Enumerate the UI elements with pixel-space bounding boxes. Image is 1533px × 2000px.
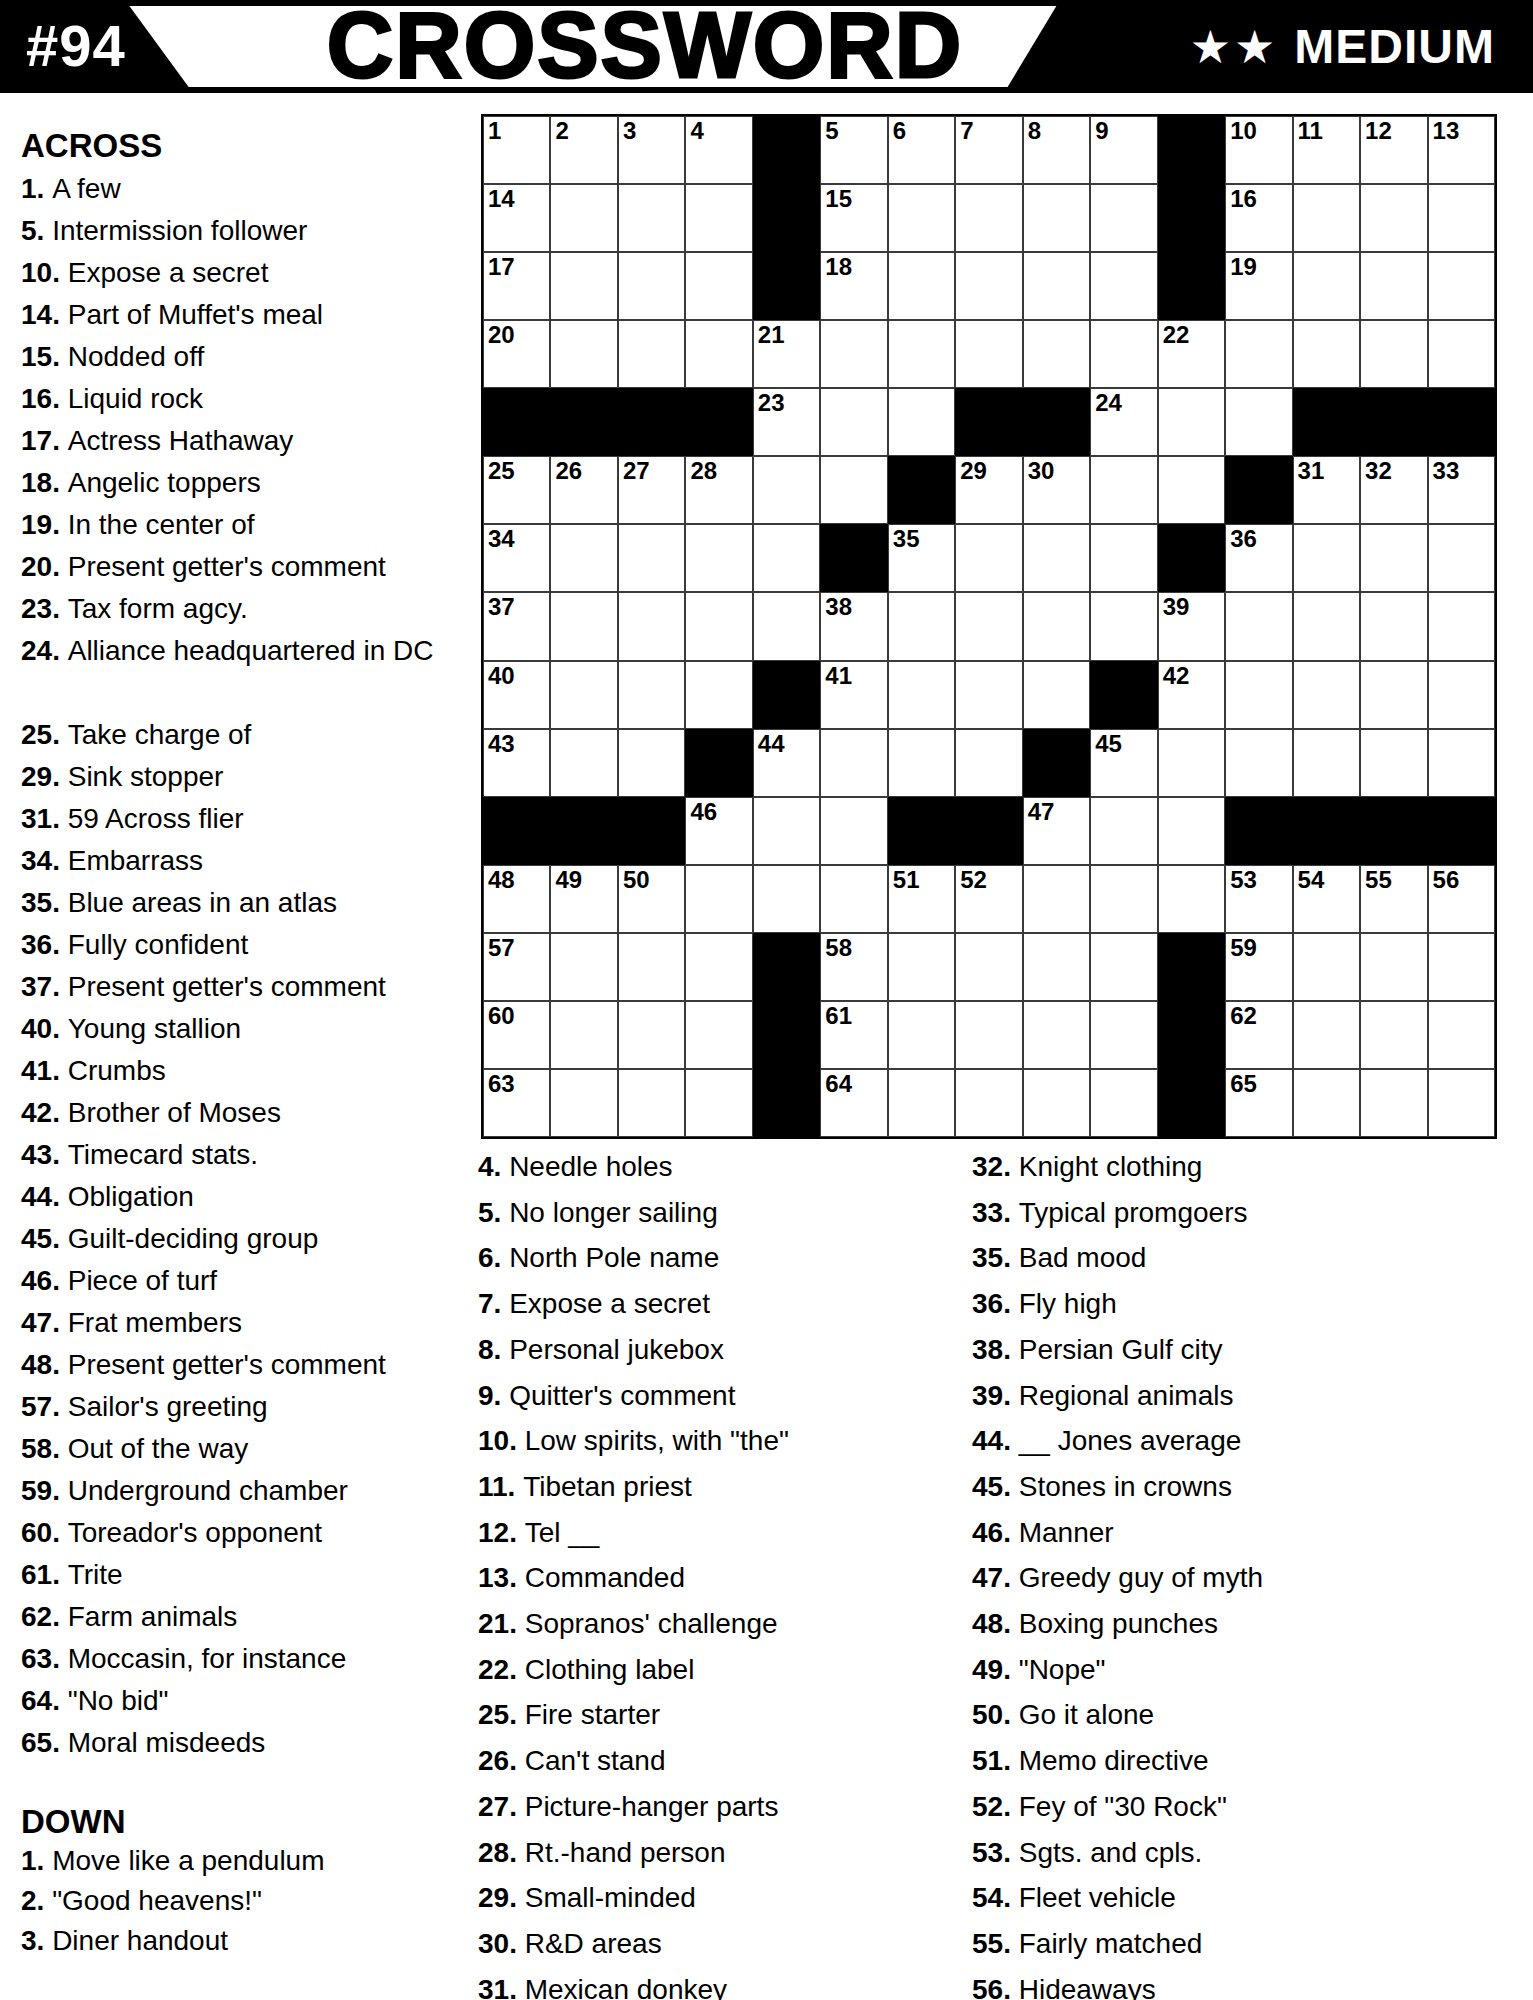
grid-cell[interactable]: 15: [820, 184, 887, 252]
grid-cell[interactable]: [888, 1069, 955, 1137]
grid-cell[interactable]: 65: [1225, 1069, 1292, 1137]
black-cell: [1090, 661, 1157, 729]
down-clue: 7. Expose a secret: [478, 1287, 948, 1321]
grid-cell[interactable]: [820, 320, 887, 388]
grid-cell[interactable]: [1360, 1069, 1427, 1137]
grid-cell[interactable]: [753, 524, 820, 592]
cell-number: 43: [488, 731, 515, 757]
cell-number: 49: [555, 867, 582, 893]
grid-cell[interactable]: [1293, 933, 1360, 1001]
cell-number: 40: [488, 663, 515, 689]
black-cell: [1293, 797, 1360, 865]
grid-cell[interactable]: [1428, 729, 1495, 797]
grid-cell[interactable]: [1090, 252, 1157, 320]
grid-cell[interactable]: [618, 252, 685, 320]
grid-cell[interactable]: 11: [1293, 116, 1360, 184]
grid-cell[interactable]: 22: [1158, 320, 1225, 388]
cell-number: 45: [1095, 731, 1122, 757]
grid-cell[interactable]: [1090, 865, 1157, 933]
grid-cell[interactable]: [888, 729, 955, 797]
grid-cell[interactable]: [1225, 592, 1292, 660]
down-clue: 54. Fleet vehicle: [972, 1881, 1527, 1915]
grid-cell[interactable]: [618, 524, 685, 592]
grid-cell[interactable]: [1360, 184, 1427, 252]
grid-cell[interactable]: 54: [1293, 865, 1360, 933]
cell-number: 65: [1230, 1071, 1257, 1097]
grid-cell[interactable]: [753, 797, 820, 865]
across-clue: 25. Take charge of: [21, 718, 436, 752]
crossword-grid: 1234567891011121314151617181920212223242…: [481, 114, 1497, 1139]
grid-cell[interactable]: [1158, 729, 1225, 797]
issue-number: #94: [26, 12, 126, 79]
grid-cell[interactable]: [820, 388, 887, 456]
grid-cell[interactable]: 26: [550, 456, 617, 524]
grid-cell[interactable]: 21: [753, 320, 820, 388]
down-clue: 56. Hideaways: [972, 1973, 1527, 2000]
grid-cell[interactable]: [618, 592, 685, 660]
grid-cell[interactable]: 49: [550, 865, 617, 933]
grid-cell[interactable]: 38: [820, 592, 887, 660]
black-cell: [753, 933, 820, 1001]
cell-number: 22: [1163, 322, 1190, 348]
grid-cell[interactable]: 29: [955, 456, 1022, 524]
grid-cell[interactable]: [685, 661, 752, 729]
down-clue: 39. Regional animals: [972, 1379, 1527, 1413]
grid-cell[interactable]: [618, 661, 685, 729]
black-cell: [1360, 797, 1427, 865]
black-cell: [1023, 729, 1090, 797]
grid-cell[interactable]: [955, 320, 1022, 388]
grid-cell[interactable]: [753, 456, 820, 524]
black-cell: [685, 729, 752, 797]
cell-number: 31: [1298, 458, 1325, 484]
grid-cell[interactable]: [1090, 933, 1157, 1001]
page-title: CROSSWORD: [295, 0, 995, 90]
cell-number: 23: [758, 390, 785, 416]
grid-cell[interactable]: [618, 184, 685, 252]
cell-number: 8: [1028, 118, 1041, 144]
across-clue: 20. Present getter's comment: [21, 550, 436, 584]
grid-cell[interactable]: 55: [1360, 865, 1427, 933]
grid-cell[interactable]: [1090, 456, 1157, 524]
grid-cell[interactable]: [888, 388, 955, 456]
grid-cell[interactable]: [550, 1069, 617, 1137]
grid-cell[interactable]: [685, 1069, 752, 1137]
grid-cell[interactable]: [820, 865, 887, 933]
grid-cell[interactable]: [1023, 320, 1090, 388]
across-clue: 47. Frat members: [21, 1306, 436, 1340]
grid-cell[interactable]: 14: [483, 184, 550, 252]
cell-number: 60: [488, 1003, 515, 1029]
grid-cell[interactable]: 62: [1225, 1001, 1292, 1069]
grid-cell[interactable]: 17: [483, 252, 550, 320]
black-cell: [1225, 456, 1292, 524]
grid-cell[interactable]: [550, 1001, 617, 1069]
grid-cell[interactable]: [1360, 933, 1427, 1001]
grid-cell[interactable]: [550, 592, 617, 660]
grid-cell[interactable]: 8: [1023, 116, 1090, 184]
grid-cell[interactable]: [1023, 184, 1090, 252]
grid-cell[interactable]: [550, 729, 617, 797]
grid-cell[interactable]: [550, 320, 617, 388]
grid-cell[interactable]: [1225, 320, 1292, 388]
cell-number: 9: [1095, 118, 1108, 144]
down-clue: 50. Go it alone: [972, 1698, 1527, 1732]
grid-cell[interactable]: 50: [618, 865, 685, 933]
grid-cell[interactable]: 43: [483, 729, 550, 797]
grid-cell[interactable]: 60: [483, 1001, 550, 1069]
grid-cell[interactable]: [820, 456, 887, 524]
grid-cell[interactable]: 28: [685, 456, 752, 524]
cell-number: 50: [623, 867, 650, 893]
grid-cell[interactable]: [1090, 1001, 1157, 1069]
grid-cell[interactable]: [1428, 252, 1495, 320]
grid-cell[interactable]: [1225, 661, 1292, 729]
down-clue: 28. Rt.-hand person: [478, 1836, 948, 1870]
cell-number: 18: [825, 254, 852, 280]
grid-cell[interactable]: 27: [618, 456, 685, 524]
grid-cell[interactable]: [1023, 524, 1090, 592]
cell-number: 2: [555, 118, 568, 144]
black-cell: [955, 388, 1022, 456]
grid-cell[interactable]: [550, 184, 617, 252]
grid-cell[interactable]: 57: [483, 933, 550, 1001]
grid-cell[interactable]: [1428, 184, 1495, 252]
cell-number: 51: [893, 867, 920, 893]
grid-cell[interactable]: [1090, 592, 1157, 660]
grid-cell[interactable]: 40: [483, 661, 550, 729]
across-clue: 43. Timecard stats.: [21, 1138, 436, 1172]
black-cell: [1158, 184, 1225, 252]
grid-cell[interactable]: 35: [888, 524, 955, 592]
cell-number: 46: [690, 799, 717, 825]
grid-cell[interactable]: [1293, 1069, 1360, 1137]
grid-cell[interactable]: 33: [1428, 456, 1495, 524]
grid-cell[interactable]: [685, 592, 752, 660]
cell-number: 12: [1365, 118, 1392, 144]
across-clue: 35. Blue areas in an atlas: [21, 886, 436, 920]
grid-cell[interactable]: [955, 661, 1022, 729]
grid-cell[interactable]: 32: [1360, 456, 1427, 524]
grid-cell[interactable]: 19: [1225, 252, 1292, 320]
grid-cell[interactable]: [685, 320, 752, 388]
grid-cell[interactable]: 42: [1158, 661, 1225, 729]
grid-cell[interactable]: [685, 1001, 752, 1069]
grid-cell[interactable]: [1360, 661, 1427, 729]
cell-number: 54: [1298, 867, 1325, 893]
grid-cell[interactable]: [1023, 661, 1090, 729]
cell-number: 30: [1028, 458, 1055, 484]
grid-cell[interactable]: [685, 865, 752, 933]
grid-cell[interactable]: [955, 1069, 1022, 1137]
across-clue: 37. Present getter's comment: [21, 970, 436, 1004]
grid-cell[interactable]: [1023, 933, 1090, 1001]
grid-cell[interactable]: 24: [1090, 388, 1157, 456]
grid-cell[interactable]: [1158, 797, 1225, 865]
grid-cell[interactable]: [685, 524, 752, 592]
cell-number: 59: [1230, 935, 1257, 961]
grid-cell[interactable]: 31: [1293, 456, 1360, 524]
down-clue: 1. Move like a pendulum: [21, 1844, 451, 1878]
black-cell: [1158, 1001, 1225, 1069]
grid-cell[interactable]: 12: [1360, 116, 1427, 184]
grid-cell[interactable]: 13: [1428, 116, 1495, 184]
down-clue: 49. "Nope": [972, 1653, 1527, 1687]
grid-cell[interactable]: [820, 729, 887, 797]
across-clue: 59. Underground chamber: [21, 1474, 436, 1508]
cell-number: 1: [488, 118, 501, 144]
grid-cell[interactable]: [1360, 252, 1427, 320]
grid-cell[interactable]: 45: [1090, 729, 1157, 797]
cell-number: 6: [893, 118, 906, 144]
grid-cell[interactable]: [1293, 592, 1360, 660]
grid-cell[interactable]: [888, 933, 955, 1001]
black-cell: [1158, 933, 1225, 1001]
grid-cell[interactable]: [1428, 1069, 1495, 1137]
cell-number: 52: [960, 867, 987, 893]
down-clue: 25. Fire starter: [478, 1698, 948, 1732]
cell-number: 17: [488, 254, 515, 280]
grid-cell[interactable]: [955, 184, 1022, 252]
cell-number: 42: [1163, 663, 1190, 689]
grid-cell[interactable]: [1090, 797, 1157, 865]
cell-number: 27: [623, 458, 650, 484]
cell-number: 44: [758, 731, 785, 757]
grid-cell[interactable]: 1: [483, 116, 550, 184]
across-clue: 5. Intermission follower: [21, 214, 436, 248]
down-clue: 51. Memo directive: [972, 1744, 1527, 1778]
grid-cell[interactable]: 64: [820, 1069, 887, 1137]
down-clue: 30. R&D areas: [478, 1927, 948, 1961]
grid-cell[interactable]: [753, 592, 820, 660]
grid-cell[interactable]: [955, 252, 1022, 320]
grid-cell[interactable]: [1293, 184, 1360, 252]
grid-cell[interactable]: [1023, 865, 1090, 933]
grid-cell[interactable]: [888, 661, 955, 729]
grid-cell[interactable]: [550, 252, 617, 320]
down-header: DOWN: [21, 1804, 125, 1840]
grid-cell[interactable]: [1090, 524, 1157, 592]
grid-cell[interactable]: [1293, 661, 1360, 729]
black-cell: [550, 388, 617, 456]
grid-cell[interactable]: [1428, 592, 1495, 660]
grid-cell[interactable]: [618, 1069, 685, 1137]
grid-cell[interactable]: [1360, 729, 1427, 797]
grid-cell[interactable]: 9: [1090, 116, 1157, 184]
grid-cell[interactable]: 46: [685, 797, 752, 865]
across-clue: 48. Present getter's comment: [21, 1348, 436, 1382]
black-cell: [1158, 116, 1225, 184]
grid-cell[interactable]: 5: [820, 116, 887, 184]
grid-cell[interactable]: 34: [483, 524, 550, 592]
grid-cell[interactable]: [1428, 524, 1495, 592]
grid-cell[interactable]: 47: [1023, 797, 1090, 865]
grid-cell[interactable]: [618, 933, 685, 1001]
grid-cell[interactable]: 61: [820, 1001, 887, 1069]
grid-cell[interactable]: [1158, 865, 1225, 933]
cell-number: 19: [1230, 254, 1257, 280]
down-clue: 33. Typical promgoers: [972, 1196, 1527, 1230]
across-clue: 10. Expose a secret: [21, 256, 436, 290]
grid-cell[interactable]: [888, 320, 955, 388]
grid-cell[interactable]: 25: [483, 456, 550, 524]
grid-cell[interactable]: 2: [550, 116, 617, 184]
grid-cell[interactable]: [1158, 388, 1225, 456]
grid-cell[interactable]: [955, 1001, 1022, 1069]
cell-number: 28: [690, 458, 717, 484]
grid-cell[interactable]: 37: [483, 592, 550, 660]
grid-cell[interactable]: [955, 524, 1022, 592]
grid-cell[interactable]: [1360, 524, 1427, 592]
cell-number: 47: [1028, 799, 1055, 825]
grid-cell[interactable]: [685, 184, 752, 252]
grid-cell[interactable]: [550, 524, 617, 592]
across-clue: 14. Part of Muffet's meal: [21, 298, 436, 332]
across-clue: 63. Moccasin, for instance: [21, 1642, 436, 1676]
across-clue: 17. Actress Hathaway: [21, 424, 436, 458]
across-clue: 40. Young stallion: [21, 1012, 436, 1046]
grid-cell[interactable]: 30: [1023, 456, 1090, 524]
grid-cell[interactable]: 44: [753, 729, 820, 797]
cell-number: 33: [1433, 458, 1460, 484]
grid-cell[interactable]: 23: [753, 388, 820, 456]
grid-cell[interactable]: 18: [820, 252, 887, 320]
grid-cell[interactable]: 58: [820, 933, 887, 1001]
grid-cell[interactable]: 53: [1225, 865, 1292, 933]
down-clue: 45. Stones in crowns: [972, 1470, 1527, 1504]
grid-cell[interactable]: [1293, 1001, 1360, 1069]
grid-cell[interactable]: [1360, 1001, 1427, 1069]
across-clue: 61. Trite: [21, 1558, 436, 1592]
cell-number: 41: [825, 663, 852, 689]
cell-number: 35: [893, 526, 920, 552]
grid-cell[interactable]: [1090, 1069, 1157, 1137]
grid-cell[interactable]: [685, 933, 752, 1001]
grid-cell[interactable]: 3: [618, 116, 685, 184]
grid-cell[interactable]: [685, 252, 752, 320]
grid-cell[interactable]: [1090, 184, 1157, 252]
grid-cell[interactable]: 16: [1225, 184, 1292, 252]
grid-cell[interactable]: [1090, 320, 1157, 388]
grid-cell[interactable]: [550, 661, 617, 729]
grid-cell[interactable]: [1293, 729, 1360, 797]
grid-cell[interactable]: [753, 865, 820, 933]
down-clue: 36. Fly high: [972, 1287, 1527, 1321]
black-cell: [753, 1069, 820, 1137]
grid-cell[interactable]: 63: [483, 1069, 550, 1137]
grid-cell[interactable]: [1225, 388, 1292, 456]
grid-cell[interactable]: [820, 797, 887, 865]
grid-cell[interactable]: [1293, 524, 1360, 592]
across-clue: 44. Obligation: [21, 1180, 436, 1214]
grid-cell[interactable]: [1158, 456, 1225, 524]
grid-cell[interactable]: [1023, 1069, 1090, 1137]
cell-number: 37: [488, 594, 515, 620]
grid-cell[interactable]: [1428, 320, 1495, 388]
black-cell: [1158, 1069, 1225, 1137]
grid-cell[interactable]: 48: [483, 865, 550, 933]
grid-cell[interactable]: [1360, 320, 1427, 388]
down-clue: 32. Knight clothing: [972, 1150, 1527, 1184]
down-clue: 21. Sopranos' challenge: [478, 1607, 948, 1641]
grid-cell[interactable]: [618, 320, 685, 388]
down-clue: 48. Boxing punches: [972, 1607, 1527, 1641]
across-clue: 65. Moral misdeeds: [21, 1726, 436, 1760]
grid-cell[interactable]: [955, 729, 1022, 797]
grid-cell[interactable]: [1428, 933, 1495, 1001]
across-clue: 29. Sink stopper: [21, 760, 436, 794]
cell-number: 14: [488, 186, 515, 212]
grid-cell[interactable]: 4: [685, 116, 752, 184]
grid-cell[interactable]: 20: [483, 320, 550, 388]
grid-cell[interactable]: [1293, 320, 1360, 388]
grid-cell[interactable]: 36: [1225, 524, 1292, 592]
down-clue: 12. Tel __: [478, 1516, 948, 1550]
grid-cell[interactable]: [550, 933, 617, 1001]
grid-cell[interactable]: [1428, 1001, 1495, 1069]
grid-cell[interactable]: 41: [820, 661, 887, 729]
cell-number: 39: [1163, 594, 1190, 620]
cell-number: 4: [690, 118, 703, 144]
grid-cell[interactable]: 39: [1158, 592, 1225, 660]
black-cell: [1428, 388, 1495, 456]
grid-cell[interactable]: [618, 1001, 685, 1069]
across-clue: 58. Out of the way: [21, 1432, 436, 1466]
black-cell: [1293, 388, 1360, 456]
grid-cell[interactable]: [618, 729, 685, 797]
cell-number: 36: [1230, 526, 1257, 552]
grid-cell[interactable]: 56: [1428, 865, 1495, 933]
grid-cell[interactable]: 52: [955, 865, 1022, 933]
down-clue: 35. Bad mood: [972, 1241, 1527, 1275]
grid-cell[interactable]: [1360, 592, 1427, 660]
grid-cell[interactable]: 10: [1225, 116, 1292, 184]
grid-cell[interactable]: [1293, 252, 1360, 320]
black-cell: [1428, 797, 1495, 865]
across-clue: 1. A few: [21, 172, 436, 206]
cell-number: 20: [488, 322, 515, 348]
grid-cell[interactable]: [955, 592, 1022, 660]
cell-number: 34: [488, 526, 515, 552]
across-clue: 19. In the center of: [21, 508, 436, 542]
grid-cell[interactable]: [1023, 1001, 1090, 1069]
grid-cell[interactable]: [1023, 592, 1090, 660]
grid-cell[interactable]: [1428, 661, 1495, 729]
across-clue: 36. Fully confident: [21, 928, 436, 962]
black-cell: [483, 797, 550, 865]
grid-cell[interactable]: [888, 592, 955, 660]
cell-number: 63: [488, 1071, 515, 1097]
cell-number: 64: [825, 1071, 852, 1097]
black-cell: [1023, 388, 1090, 456]
grid-cell[interactable]: 59: [1225, 933, 1292, 1001]
grid-cell[interactable]: 6: [888, 116, 955, 184]
difficulty-label: MEDIUM: [1294, 23, 1495, 71]
across-clue: 60. Toreador's opponent: [21, 1516, 436, 1550]
grid-cell[interactable]: [888, 1001, 955, 1069]
grid-cell[interactable]: [888, 252, 955, 320]
cell-number: 21: [758, 322, 785, 348]
grid-cell[interactable]: [955, 933, 1022, 1001]
grid-cell[interactable]: 51: [888, 865, 955, 933]
grid-cell[interactable]: [1023, 252, 1090, 320]
black-cell: [753, 184, 820, 252]
grid-cell[interactable]: [1225, 729, 1292, 797]
grid-cell[interactable]: 7: [955, 116, 1022, 184]
grid-cell[interactable]: [888, 184, 955, 252]
down-clue: 26. Can't stand: [478, 1744, 948, 1778]
cell-number: 58: [825, 935, 852, 961]
